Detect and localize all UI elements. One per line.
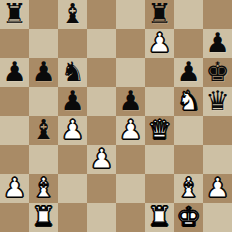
square-b6[interactable]: ♟ — [29, 58, 58, 87]
square-c2[interactable] — [58, 174, 87, 203]
piece-white-pawn[interactable]: ♟ — [2, 174, 26, 202]
square-d1[interactable] — [87, 203, 116, 232]
chess-board: ♜♝♜♟♟♟♟♞♟♚♟♟♞♛♝♟♟♛♟♟♝♝♟♜♜♚ — [0, 0, 232, 232]
square-d5[interactable] — [87, 87, 116, 116]
square-g7[interactable] — [174, 29, 203, 58]
square-f8[interactable]: ♜ — [145, 0, 174, 29]
piece-white-bishop[interactable]: ♝ — [31, 174, 55, 202]
piece-white-bishop[interactable]: ♝ — [176, 174, 200, 202]
square-b2[interactable]: ♝ — [29, 174, 58, 203]
square-b7[interactable] — [29, 29, 58, 58]
square-h6[interactable]: ♚ — [203, 58, 232, 87]
square-b4[interactable]: ♝ — [29, 116, 58, 145]
square-a3[interactable] — [0, 145, 29, 174]
square-h7[interactable]: ♟ — [203, 29, 232, 58]
square-b5[interactable] — [29, 87, 58, 116]
piece-white-pawn[interactable]: ♟ — [147, 29, 171, 57]
piece-black-pawn[interactable]: ♟ — [205, 29, 229, 57]
square-f1[interactable]: ♜ — [145, 203, 174, 232]
square-a6[interactable]: ♟ — [0, 58, 29, 87]
piece-black-pawn[interactable]: ♟ — [2, 58, 26, 86]
square-h2[interactable]: ♟ — [203, 174, 232, 203]
square-d7[interactable] — [87, 29, 116, 58]
piece-white-pawn[interactable]: ♟ — [60, 116, 84, 144]
piece-black-rook[interactable]: ♜ — [2, 0, 26, 28]
square-e1[interactable] — [116, 203, 145, 232]
square-a5[interactable] — [0, 87, 29, 116]
square-f4[interactable]: ♛ — [145, 116, 174, 145]
piece-white-pawn[interactable]: ♟ — [89, 145, 113, 173]
square-e2[interactable] — [116, 174, 145, 203]
square-b3[interactable] — [29, 145, 58, 174]
piece-black-queen[interactable]: ♛ — [205, 87, 229, 115]
piece-black-pawn[interactable]: ♟ — [31, 58, 55, 86]
square-e8[interactable] — [116, 0, 145, 29]
square-g1[interactable]: ♚ — [174, 203, 203, 232]
square-d6[interactable] — [87, 58, 116, 87]
piece-black-pawn[interactable]: ♟ — [176, 58, 200, 86]
piece-black-bishop[interactable]: ♝ — [31, 116, 55, 144]
square-c3[interactable] — [58, 145, 87, 174]
piece-black-knight[interactable]: ♞ — [60, 58, 84, 86]
square-c8[interactable]: ♝ — [58, 0, 87, 29]
square-a1[interactable] — [0, 203, 29, 232]
square-c1[interactable] — [58, 203, 87, 232]
piece-white-pawn[interactable]: ♟ — [118, 116, 142, 144]
square-f2[interactable] — [145, 174, 174, 203]
square-h1[interactable] — [203, 203, 232, 232]
square-c6[interactable]: ♞ — [58, 58, 87, 87]
square-e4[interactable]: ♟ — [116, 116, 145, 145]
square-g4[interactable] — [174, 116, 203, 145]
square-d4[interactable] — [87, 116, 116, 145]
square-a4[interactable] — [0, 116, 29, 145]
square-f5[interactable] — [145, 87, 174, 116]
piece-white-rook[interactable]: ♜ — [147, 203, 171, 231]
square-c4[interactable]: ♟ — [58, 116, 87, 145]
square-g5[interactable]: ♞ — [174, 87, 203, 116]
square-h8[interactable] — [203, 0, 232, 29]
piece-black-pawn[interactable]: ♟ — [60, 87, 84, 115]
square-h3[interactable] — [203, 145, 232, 174]
piece-black-rook[interactable]: ♜ — [147, 0, 171, 28]
square-c7[interactable] — [58, 29, 87, 58]
square-h4[interactable] — [203, 116, 232, 145]
square-e7[interactable] — [116, 29, 145, 58]
square-a2[interactable]: ♟ — [0, 174, 29, 203]
square-g3[interactable] — [174, 145, 203, 174]
square-d2[interactable] — [87, 174, 116, 203]
square-d8[interactable] — [87, 0, 116, 29]
piece-black-pawn[interactable]: ♟ — [118, 87, 142, 115]
square-e6[interactable] — [116, 58, 145, 87]
piece-white-rook[interactable]: ♜ — [31, 203, 55, 231]
square-c5[interactable]: ♟ — [58, 87, 87, 116]
square-g6[interactable]: ♟ — [174, 58, 203, 87]
square-g2[interactable]: ♝ — [174, 174, 203, 203]
piece-black-bishop[interactable]: ♝ — [60, 0, 84, 28]
square-b1[interactable]: ♜ — [29, 203, 58, 232]
square-d3[interactable]: ♟ — [87, 145, 116, 174]
piece-white-king[interactable]: ♚ — [176, 203, 200, 231]
square-g8[interactable] — [174, 0, 203, 29]
square-f6[interactable] — [145, 58, 174, 87]
square-a7[interactable] — [0, 29, 29, 58]
square-e5[interactable]: ♟ — [116, 87, 145, 116]
piece-black-king[interactable]: ♚ — [205, 58, 229, 86]
square-a8[interactable]: ♜ — [0, 0, 29, 29]
square-f7[interactable]: ♟ — [145, 29, 174, 58]
piece-white-knight[interactable]: ♞ — [176, 87, 200, 115]
square-h5[interactable]: ♛ — [203, 87, 232, 116]
piece-white-pawn[interactable]: ♟ — [205, 174, 229, 202]
piece-white-queen[interactable]: ♛ — [147, 116, 171, 144]
square-f3[interactable] — [145, 145, 174, 174]
square-e3[interactable] — [116, 145, 145, 174]
square-b8[interactable] — [29, 0, 58, 29]
